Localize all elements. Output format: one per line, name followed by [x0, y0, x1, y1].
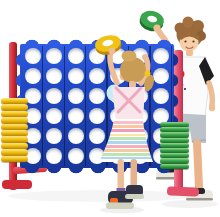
girl-shoe-back — [125, 185, 144, 199]
girl-neck — [129, 81, 136, 88]
girl-skirt — [99, 119, 153, 162]
girl-hair — [120, 57, 146, 83]
girl-figure — [0, 0, 220, 217]
girl-hair-scrunchie — [145, 71, 151, 77]
girl-held-yellow-ring — [94, 33, 123, 57]
girl-hand — [109, 48, 116, 55]
girl-bodice — [112, 87, 145, 122]
scene — [0, 0, 220, 217]
girl-head — [120, 51, 156, 93]
girl-leg-right — [131, 159, 138, 189]
girl-arm-to-ring — [110, 50, 117, 83]
girl-leg-left — [118, 159, 125, 193]
